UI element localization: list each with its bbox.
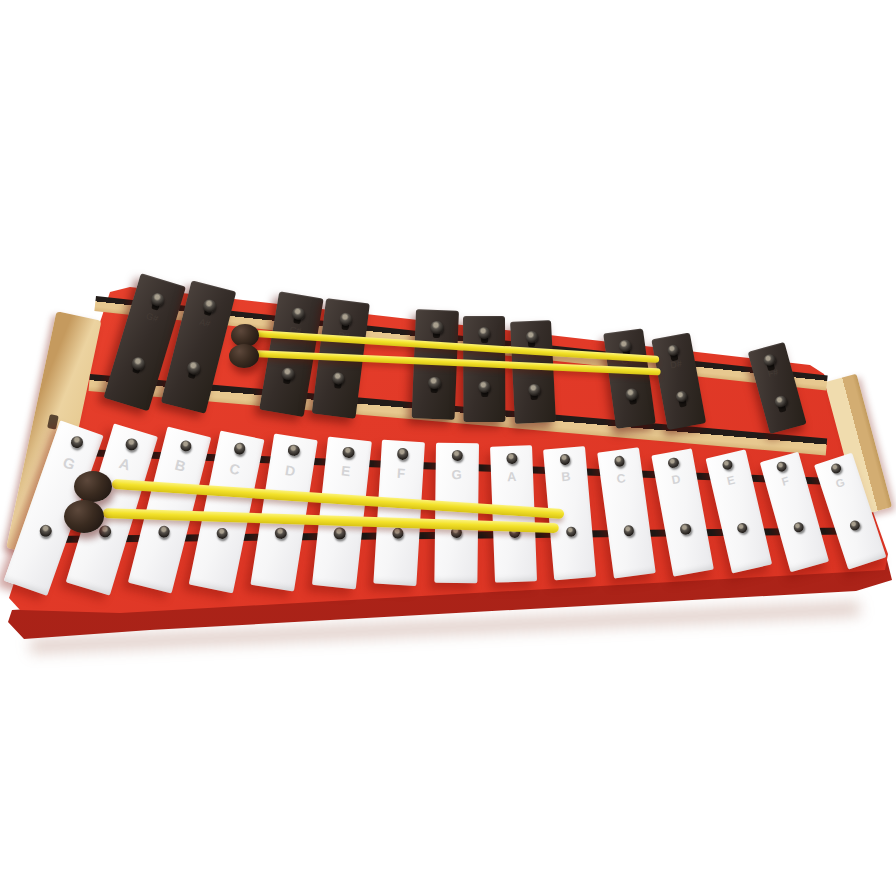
- bar-screw: [478, 381, 490, 393]
- bar-screw: [288, 444, 301, 457]
- bar-screw: [430, 322, 443, 335]
- natural-bar-7: G: [434, 443, 478, 583]
- bar-screw: [451, 450, 462, 461]
- bar-screw: [614, 455, 626, 467]
- bar-screw: [774, 395, 788, 409]
- bar-screw: [275, 527, 288, 540]
- bar-screw: [675, 390, 688, 403]
- bar-screw: [506, 452, 517, 463]
- bar-screw: [560, 454, 572, 466]
- bar-screw: [178, 439, 192, 453]
- note-label: C: [600, 469, 643, 488]
- sharp-bar-6: A#: [510, 320, 556, 424]
- note-label: E: [710, 469, 753, 492]
- bar-screw: [526, 331, 538, 343]
- note-label: E: [324, 462, 369, 482]
- bar-screw: [428, 377, 441, 390]
- note-label: A: [490, 468, 533, 485]
- bar-screw: [339, 312, 353, 326]
- bar-screw: [829, 462, 841, 474]
- bar-screw: [528, 383, 540, 395]
- note-label: F: [765, 470, 807, 492]
- bar-screw: [566, 526, 578, 538]
- bar-screw: [69, 435, 84, 450]
- bar-screw: [623, 525, 635, 537]
- bar-screw: [157, 525, 171, 539]
- glockenspiel-product-photo: G#A#C#D#F#G#A#C#D#F# GABCDEFGABCDEFG: [0, 0, 896, 896]
- bar-screw: [333, 527, 345, 539]
- bar-screw: [38, 523, 53, 538]
- mallet-front-upper-head: [74, 471, 112, 502]
- bar-screw: [775, 460, 787, 472]
- bar-screw: [478, 327, 490, 339]
- sharp-note-label: G#: [128, 306, 176, 329]
- bar-screw: [848, 519, 860, 531]
- sharp-note-label: A#: [181, 312, 228, 333]
- bar-screw: [680, 523, 692, 535]
- bar-screw: [331, 371, 345, 385]
- bar-screw: [763, 353, 777, 367]
- bar-screw: [668, 457, 680, 469]
- sharp-bar-5: G#: [463, 316, 506, 422]
- note-label: G: [819, 470, 860, 494]
- natural-bar-6: F: [373, 440, 425, 587]
- bar-screw: [392, 527, 404, 539]
- note-label: D: [655, 469, 698, 490]
- note-label: G: [435, 467, 478, 482]
- note-label: F: [380, 464, 424, 482]
- bar-screw: [619, 340, 632, 353]
- bar-screw: [397, 448, 409, 460]
- note-label: B: [157, 453, 205, 480]
- bar-screw: [667, 344, 680, 357]
- mallet-back-lower-head: [229, 344, 259, 368]
- bar-screw: [736, 522, 748, 534]
- bar-screw: [625, 388, 638, 401]
- bar-screw: [792, 521, 804, 533]
- bar-screw: [721, 459, 733, 471]
- bar-screw: [124, 437, 139, 452]
- note-label: B: [545, 468, 588, 486]
- note-label: D: [268, 459, 314, 482]
- bar-screw: [342, 446, 354, 458]
- note-label: C: [212, 456, 259, 481]
- bar-screw: [216, 526, 230, 540]
- note-label: A: [101, 451, 149, 480]
- mallet-front-lower-head: [64, 500, 104, 533]
- bar-screw: [233, 442, 247, 456]
